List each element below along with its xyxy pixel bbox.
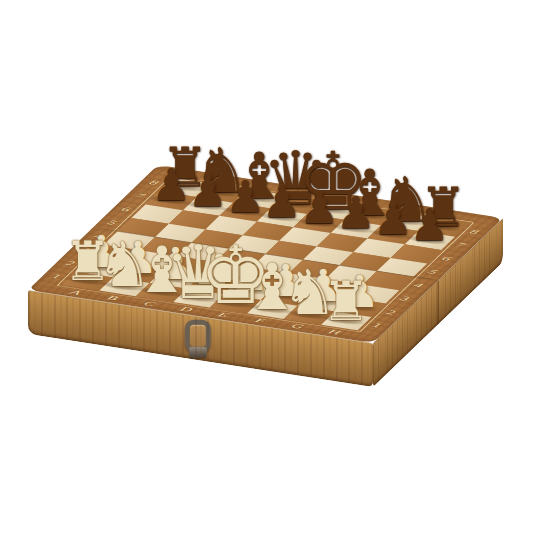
clasp-ferrule-icon	[189, 347, 207, 358]
clasp	[176, 320, 220, 360]
fold-seam-side	[438, 281, 439, 325]
piece-white-rook-h1[interactable]: ♜	[301, 267, 391, 321]
product-photo-stage: ABCDEFGH1122334455667788 ♜♞♝♛♚♝♞♜♟♟♟♟♟♟♟…	[0, 0, 533, 533]
clasp-loop-icon	[185, 320, 211, 353]
piece-black-pawn-h7[interactable]: ♟	[385, 196, 475, 240]
pieces-layer: ♜♞♝♛♚♝♞♜♟♟♟♟♟♟♟♟♟♟♟♟♟♟♟♟♜♞♝♛♚♝♞♜	[158, 165, 503, 218]
